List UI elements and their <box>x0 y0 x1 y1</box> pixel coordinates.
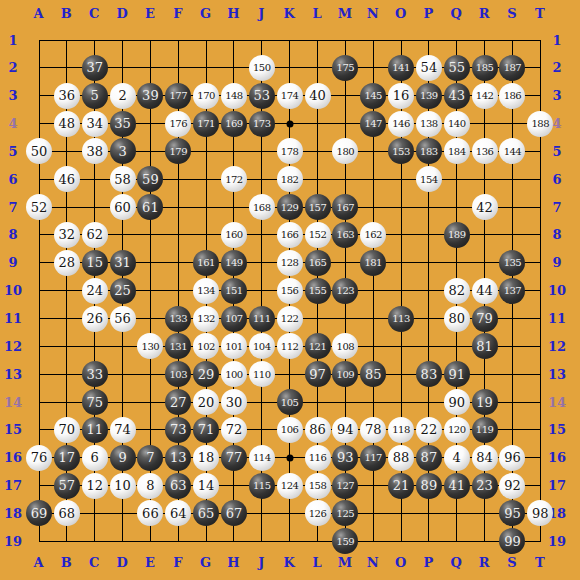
stone-D17[interactable]: 10 <box>110 473 136 499</box>
coord-label-bottom-L: L <box>312 556 321 569</box>
stone-S16[interactable]: 96 <box>499 445 525 471</box>
stone-M2[interactable]: 175 <box>332 55 358 81</box>
coord-label-left-16: 16 <box>4 451 22 464</box>
stone-H6[interactable]: 172 <box>221 166 247 192</box>
stone-J4[interactable]: 173 <box>249 111 275 137</box>
stone-O4[interactable]: 146 <box>388 111 414 137</box>
coord-label-top-K: K <box>283 7 294 20</box>
stone-C16[interactable]: 6 <box>82 445 108 471</box>
stone-E16[interactable]: 7 <box>137 445 163 471</box>
coord-label-top-G: G <box>200 7 211 20</box>
coord-label-bottom-O: O <box>395 556 406 569</box>
coord-label-right-8: 8 <box>552 228 561 241</box>
coord-label-left-12: 12 <box>4 339 22 352</box>
stone-Q4[interactable]: 140 <box>444 111 470 137</box>
coord-label-bottom-F: F <box>173 556 182 569</box>
stone-P3[interactable]: 139 <box>416 83 442 109</box>
stone-N15[interactable]: 78 <box>360 417 386 443</box>
stone-F11[interactable]: 133 <box>165 306 191 332</box>
stone-Q11[interactable]: 80 <box>444 306 470 332</box>
stone-J16[interactable]: 114 <box>249 445 275 471</box>
coord-label-left-1: 1 <box>8 33 17 46</box>
stone-Q5[interactable]: 184 <box>444 138 470 164</box>
stone-N4[interactable]: 147 <box>360 111 386 137</box>
stone-B6[interactable]: 46 <box>54 166 80 192</box>
stone-P15[interactable]: 22 <box>416 417 442 443</box>
coord-label-left-18: 18 <box>4 506 22 519</box>
coord-label-bottom-K: K <box>283 556 294 569</box>
stone-B15[interactable]: 70 <box>54 417 80 443</box>
stone-Q17[interactable]: 41 <box>444 473 470 499</box>
coord-label-right-2: 2 <box>552 61 561 74</box>
stone-O11[interactable]: 113 <box>388 306 414 332</box>
grid-line-horizontal <box>39 541 541 542</box>
stone-N16[interactable]: 117 <box>360 445 386 471</box>
stone-O5[interactable]: 153 <box>388 138 414 164</box>
stone-C3[interactable]: 5 <box>82 83 108 109</box>
stone-G9[interactable]: 161 <box>193 250 219 276</box>
coord-label-left-10: 10 <box>4 284 22 297</box>
coord-label-top-A: A <box>33 7 43 20</box>
coord-label-bottom-N: N <box>367 556 379 569</box>
stone-L9[interactable]: 165 <box>305 250 331 276</box>
stone-M13[interactable]: 109 <box>332 361 358 387</box>
coord-label-top-J: J <box>258 7 264 20</box>
stone-K7[interactable]: 129 <box>277 194 303 220</box>
coord-label-top-F: F <box>173 7 182 20</box>
stone-S18[interactable]: 95 <box>499 500 525 526</box>
stone-C5[interactable]: 38 <box>82 138 108 164</box>
stone-C15[interactable]: 11 <box>82 417 108 443</box>
stone-D10[interactable]: 25 <box>110 278 136 304</box>
stone-H8[interactable]: 160 <box>221 222 247 248</box>
stone-E12[interactable]: 130 <box>137 333 163 359</box>
stone-N9[interactable]: 181 <box>360 250 386 276</box>
stone-T4[interactable]: 188 <box>527 111 553 137</box>
stone-N8[interactable]: 162 <box>360 222 386 248</box>
stone-P13[interactable]: 83 <box>416 361 442 387</box>
stone-R5[interactable]: 136 <box>472 138 498 164</box>
stone-S5[interactable]: 144 <box>499 138 525 164</box>
stone-A16[interactable]: 76 <box>26 445 52 471</box>
stone-P4[interactable]: 138 <box>416 111 442 137</box>
coord-label-bottom-J: J <box>258 556 264 569</box>
stone-K10[interactable]: 156 <box>277 278 303 304</box>
coord-label-left-4: 4 <box>8 117 17 130</box>
stone-B16[interactable]: 17 <box>54 445 80 471</box>
stone-H14[interactable]: 30 <box>221 389 247 415</box>
stone-Q8[interactable]: 189 <box>444 222 470 248</box>
coord-label-top-B: B <box>61 7 72 20</box>
stone-Q13[interactable]: 91 <box>444 361 470 387</box>
stone-B8[interactable]: 32 <box>54 222 80 248</box>
stone-K9[interactable]: 128 <box>277 250 303 276</box>
stone-D5[interactable]: 3 <box>110 138 136 164</box>
stone-F16[interactable]: 13 <box>165 445 191 471</box>
stone-M19[interactable]: 159 <box>332 528 358 554</box>
stone-K17[interactable]: 124 <box>277 473 303 499</box>
stone-M17[interactable]: 127 <box>332 473 358 499</box>
coord-label-left-14: 14 <box>4 395 22 408</box>
stone-L8[interactable]: 152 <box>305 222 331 248</box>
stone-S9[interactable]: 135 <box>499 250 525 276</box>
stone-C11[interactable]: 26 <box>82 306 108 332</box>
coord-label-left-11: 11 <box>4 312 22 325</box>
stone-H4[interactable]: 169 <box>221 111 247 137</box>
stone-G17[interactable]: 14 <box>193 473 219 499</box>
coord-label-right-15: 15 <box>548 423 566 436</box>
stone-M15[interactable]: 94 <box>332 417 358 443</box>
coord-label-bottom-C: C <box>89 556 99 569</box>
stone-F13[interactable]: 103 <box>165 361 191 387</box>
coord-label-top-O: O <box>395 7 406 20</box>
stone-G13[interactable]: 29 <box>193 361 219 387</box>
stone-E18[interactable]: 66 <box>137 500 163 526</box>
stone-P2[interactable]: 54 <box>416 55 442 81</box>
stone-F5[interactable]: 179 <box>165 138 191 164</box>
stone-K15[interactable]: 106 <box>277 417 303 443</box>
stone-L12[interactable]: 121 <box>305 333 331 359</box>
stone-K8[interactable]: 166 <box>277 222 303 248</box>
coord-label-left-19: 19 <box>4 534 22 547</box>
stone-K11[interactable]: 122 <box>277 306 303 332</box>
stone-F4[interactable]: 176 <box>165 111 191 137</box>
coord-label-bottom-M: M <box>338 556 352 569</box>
stone-G18[interactable]: 65 <box>193 500 219 526</box>
coord-label-top-M: M <box>338 7 352 20</box>
stone-Q2[interactable]: 55 <box>444 55 470 81</box>
stone-H11[interactable]: 107 <box>221 306 247 332</box>
stone-R12[interactable]: 81 <box>472 333 498 359</box>
coord-label-bottom-A: A <box>33 556 43 569</box>
stone-E17[interactable]: 8 <box>137 473 163 499</box>
stone-P5[interactable]: 183 <box>416 138 442 164</box>
stone-D6[interactable]: 58 <box>110 166 136 192</box>
stone-N3[interactable]: 145 <box>360 83 386 109</box>
stone-R14[interactable]: 19 <box>472 389 498 415</box>
stone-B18[interactable]: 68 <box>54 500 80 526</box>
stone-O3[interactable]: 16 <box>388 83 414 109</box>
stone-P6[interactable]: 154 <box>416 166 442 192</box>
coord-label-top-L: L <box>312 7 321 20</box>
stone-H3[interactable]: 148 <box>221 83 247 109</box>
stone-D4[interactable]: 35 <box>110 111 136 137</box>
stone-M7[interactable]: 167 <box>332 194 358 220</box>
stone-H16[interactable]: 77 <box>221 445 247 471</box>
stone-C14[interactable]: 75 <box>82 389 108 415</box>
stone-G15[interactable]: 71 <box>193 417 219 443</box>
stone-T18[interactable]: 98 <box>527 500 553 526</box>
stone-O2[interactable]: 141 <box>388 55 414 81</box>
coord-label-top-T: T <box>535 7 545 20</box>
coord-label-right-9: 9 <box>552 256 561 269</box>
coord-label-left-7: 7 <box>8 200 17 213</box>
stone-C10[interactable]: 24 <box>82 278 108 304</box>
coord-label-right-6: 6 <box>552 172 561 185</box>
stone-K3[interactable]: 174 <box>277 83 303 109</box>
coord-label-top-Q: Q <box>451 7 462 20</box>
coord-label-left-17: 17 <box>4 479 22 492</box>
coord-label-bottom-H: H <box>227 556 239 569</box>
coord-label-top-R: R <box>479 7 490 20</box>
stone-F17[interactable]: 63 <box>165 473 191 499</box>
coord-label-right-11: 11 <box>548 312 566 325</box>
stone-E6[interactable]: 59 <box>137 166 163 192</box>
stone-H10[interactable]: 151 <box>221 278 247 304</box>
stone-L16[interactable]: 116 <box>305 445 331 471</box>
coord-label-left-8: 8 <box>8 228 17 241</box>
stone-E7[interactable]: 61 <box>137 194 163 220</box>
coord-label-bottom-B: B <box>61 556 72 569</box>
coord-label-bottom-D: D <box>116 556 127 569</box>
coord-label-right-17: 17 <box>548 479 566 492</box>
stone-L3[interactable]: 40 <box>305 83 331 109</box>
stone-B3[interactable]: 36 <box>54 83 80 109</box>
stone-A18[interactable]: 69 <box>26 500 52 526</box>
stone-M16[interactable]: 93 <box>332 445 358 471</box>
stone-Q10[interactable]: 82 <box>444 278 470 304</box>
stone-D7[interactable]: 60 <box>110 194 136 220</box>
stone-G11[interactable]: 132 <box>193 306 219 332</box>
stone-C2[interactable]: 37 <box>82 55 108 81</box>
coord-label-top-E: E <box>145 7 155 20</box>
stone-H15[interactable]: 72 <box>221 417 247 443</box>
stone-D16[interactable]: 9 <box>110 445 136 471</box>
stone-B17[interactable]: 57 <box>54 473 80 499</box>
coord-label-bottom-T: T <box>535 556 545 569</box>
stone-P16[interactable]: 87 <box>416 445 442 471</box>
coord-label-right-1: 1 <box>552 33 561 46</box>
stone-O16[interactable]: 88 <box>388 445 414 471</box>
coord-label-right-3: 3 <box>552 89 561 102</box>
stone-K12[interactable]: 112 <box>277 333 303 359</box>
stone-J13[interactable]: 110 <box>249 361 275 387</box>
stone-D15[interactable]: 74 <box>110 417 136 443</box>
stone-C17[interactable]: 12 <box>82 473 108 499</box>
stone-G16[interactable]: 18 <box>193 445 219 471</box>
coord-label-left-6: 6 <box>8 172 17 185</box>
stone-M10[interactable]: 123 <box>332 278 358 304</box>
stone-A5[interactable]: 50 <box>26 138 52 164</box>
coord-label-left-3: 3 <box>8 89 17 102</box>
stone-C13[interactable]: 33 <box>82 361 108 387</box>
star-point-K4 <box>286 120 293 127</box>
stone-M8[interactable]: 163 <box>332 222 358 248</box>
stone-J11[interactable]: 111 <box>249 306 275 332</box>
grid-line-horizontal <box>39 513 541 514</box>
stone-G10[interactable]: 134 <box>193 278 219 304</box>
coord-label-right-16: 16 <box>548 451 566 464</box>
stone-J7[interactable]: 168 <box>249 194 275 220</box>
stone-K14[interactable]: 105 <box>277 389 303 415</box>
coord-label-bottom-E: E <box>145 556 155 569</box>
coord-label-right-4: 4 <box>552 117 561 130</box>
coord-label-top-C: C <box>89 7 99 20</box>
stone-S3[interactable]: 186 <box>499 83 525 109</box>
grid-line-horizontal <box>39 40 541 41</box>
stone-J3[interactable]: 53 <box>249 83 275 109</box>
stone-L18[interactable]: 126 <box>305 500 331 526</box>
stone-K6[interactable]: 182 <box>277 166 303 192</box>
stone-G3[interactable]: 170 <box>193 83 219 109</box>
stone-L7[interactable]: 157 <box>305 194 331 220</box>
coord-label-top-N: N <box>367 7 379 20</box>
stone-C4[interactable]: 34 <box>82 111 108 137</box>
stone-R7[interactable]: 42 <box>472 194 498 220</box>
stone-Q16[interactable]: 4 <box>444 445 470 471</box>
stone-K5[interactable]: 178 <box>277 138 303 164</box>
coord-label-right-12: 12 <box>548 339 566 352</box>
stone-R3[interactable]: 142 <box>472 83 498 109</box>
coord-label-left-2: 2 <box>8 61 17 74</box>
coord-label-right-10: 10 <box>548 284 566 297</box>
stone-H13[interactable]: 100 <box>221 361 247 387</box>
stone-M5[interactable]: 180 <box>332 138 358 164</box>
coord-label-right-14: 14 <box>548 395 566 408</box>
stone-O15[interactable]: 118 <box>388 417 414 443</box>
stone-B9[interactable]: 28 <box>54 250 80 276</box>
stone-L15[interactable]: 86 <box>305 417 331 443</box>
coord-label-bottom-P: P <box>424 556 434 569</box>
go-board[interactable]: AABBCCDDEEFFGGHHJJKKLLMMNNOOPPQQRRSSTT11… <box>0 0 580 580</box>
stone-R16[interactable]: 84 <box>472 445 498 471</box>
coord-label-bottom-G: G <box>200 556 211 569</box>
coord-label-left-13: 13 <box>4 367 22 380</box>
stone-F12[interactable]: 131 <box>165 333 191 359</box>
stone-G12[interactable]: 102 <box>193 333 219 359</box>
stone-R15[interactable]: 119 <box>472 417 498 443</box>
stone-D9[interactable]: 31 <box>110 250 136 276</box>
coord-label-left-9: 9 <box>8 256 17 269</box>
stone-S2[interactable]: 187 <box>499 55 525 81</box>
stone-C9[interactable]: 15 <box>82 250 108 276</box>
stone-F15[interactable]: 73 <box>165 417 191 443</box>
stone-F3[interactable]: 177 <box>165 83 191 109</box>
stone-Q14[interactable]: 90 <box>444 389 470 415</box>
stone-S19[interactable]: 99 <box>499 528 525 554</box>
coord-label-bottom-S: S <box>507 556 516 569</box>
stone-D3[interactable]: 2 <box>110 83 136 109</box>
coord-label-right-7: 7 <box>552 200 561 213</box>
stone-Q3[interactable]: 43 <box>444 83 470 109</box>
coord-label-right-13: 13 <box>548 367 566 380</box>
stone-D11[interactable]: 56 <box>110 306 136 332</box>
stone-N13[interactable]: 85 <box>360 361 386 387</box>
coord-label-bottom-R: R <box>479 556 490 569</box>
stone-H9[interactable]: 149 <box>221 250 247 276</box>
stone-S17[interactable]: 92 <box>499 473 525 499</box>
stone-L13[interactable]: 97 <box>305 361 331 387</box>
stone-A7[interactable]: 52 <box>26 194 52 220</box>
coord-label-top-D: D <box>116 7 127 20</box>
coord-label-top-H: H <box>227 7 239 20</box>
stone-R11[interactable]: 79 <box>472 306 498 332</box>
stone-C8[interactable]: 62 <box>82 222 108 248</box>
stone-F18[interactable]: 64 <box>165 500 191 526</box>
stone-M12[interactable]: 108 <box>332 333 358 359</box>
coord-label-bottom-Q: Q <box>451 556 462 569</box>
coord-label-top-S: S <box>507 7 516 20</box>
stone-O17[interactable]: 21 <box>388 473 414 499</box>
stone-L17[interactable]: 158 <box>305 473 331 499</box>
stone-G4[interactable]: 171 <box>193 111 219 137</box>
stone-H12[interactable]: 101 <box>221 333 247 359</box>
stone-P17[interactable]: 89 <box>416 473 442 499</box>
stone-F14[interactable]: 27 <box>165 389 191 415</box>
stone-J2[interactable]: 150 <box>249 55 275 81</box>
star-point-K16 <box>286 454 293 461</box>
stone-H18[interactable]: 67 <box>221 500 247 526</box>
coord-label-left-15: 15 <box>4 423 22 436</box>
coord-label-right-5: 5 <box>552 144 561 157</box>
stone-B4[interactable]: 48 <box>54 111 80 137</box>
stone-E3[interactable]: 39 <box>137 83 163 109</box>
coord-label-left-5: 5 <box>8 144 17 157</box>
coord-label-top-P: P <box>424 7 434 20</box>
stone-R10[interactable]: 44 <box>472 278 498 304</box>
stone-J17[interactable]: 115 <box>249 473 275 499</box>
stone-L10[interactable]: 155 <box>305 278 331 304</box>
coord-label-right-19: 19 <box>548 534 566 547</box>
stone-R2[interactable]: 185 <box>472 55 498 81</box>
stone-R17[interactable]: 23 <box>472 473 498 499</box>
stone-S10[interactable]: 137 <box>499 278 525 304</box>
stone-M18[interactable]: 125 <box>332 500 358 526</box>
stone-G14[interactable]: 20 <box>193 389 219 415</box>
stone-Q15[interactable]: 120 <box>444 417 470 443</box>
stone-J12[interactable]: 104 <box>249 333 275 359</box>
